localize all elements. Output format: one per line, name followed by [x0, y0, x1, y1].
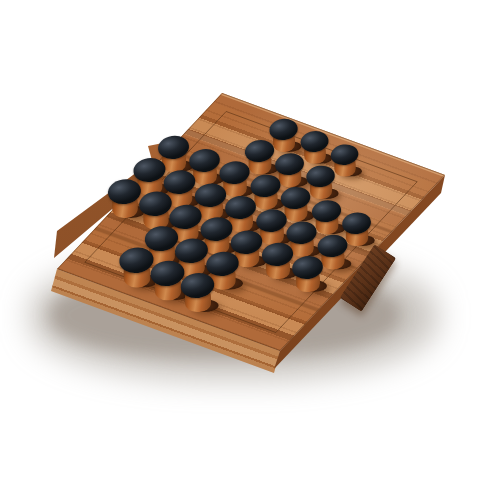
pegs-layer — [0, 0, 500, 500]
peg-r4c5[interactable] — [260, 243, 294, 289]
product-photo-scene — [0, 0, 500, 500]
peg-r6c4[interactable] — [180, 273, 217, 323]
peg-r4c6[interactable] — [291, 256, 325, 302]
